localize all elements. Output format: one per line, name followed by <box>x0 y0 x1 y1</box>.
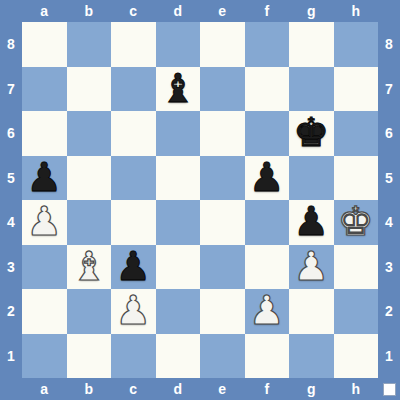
board-corner-top-left <box>0 0 22 22</box>
square-c1[interactable] <box>111 334 156 379</box>
file-label-bottom-h: h <box>334 378 379 400</box>
rank-label-right-2: 2 <box>378 289 400 334</box>
square-e4[interactable] <box>200 200 245 245</box>
square-e5[interactable] <box>200 156 245 201</box>
square-f6[interactable] <box>245 111 290 156</box>
square-h2[interactable] <box>334 289 379 334</box>
square-b4[interactable] <box>67 200 112 245</box>
square-e8[interactable] <box>200 22 245 67</box>
piece-black-pawn[interactable]: ♟ <box>115 246 151 286</box>
square-b2[interactable] <box>67 289 112 334</box>
square-f5[interactable]: ♟ <box>245 156 290 201</box>
square-g1[interactable] <box>289 334 334 379</box>
square-d5[interactable] <box>156 156 201 201</box>
square-a4[interactable]: ♟ <box>22 200 67 245</box>
square-d8[interactable] <box>156 22 201 67</box>
square-b5[interactable] <box>67 156 112 201</box>
white-to-move-indicator <box>383 383 396 396</box>
square-b1[interactable] <box>67 334 112 379</box>
rank-label-right-3: 3 <box>378 245 400 290</box>
square-g5[interactable] <box>289 156 334 201</box>
square-d4[interactable] <box>156 200 201 245</box>
square-a5[interactable]: ♟ <box>22 156 67 201</box>
square-c7[interactable] <box>111 67 156 112</box>
file-label-top-g: g <box>289 0 334 22</box>
board-corner-bottom-right <box>378 378 400 400</box>
rank-label-right-6: 6 <box>378 111 400 156</box>
square-g2[interactable] <box>289 289 334 334</box>
file-label-bottom-e: e <box>200 378 245 400</box>
square-e7[interactable] <box>200 67 245 112</box>
rank-label-right-8: 8 <box>378 22 400 67</box>
chess-board: abcdefgh887♝76♚65♟♟54♟♟♚43♝♟♟32♟♟211abcd… <box>0 0 400 400</box>
piece-black-bishop[interactable]: ♝ <box>160 68 196 108</box>
file-label-bottom-b: b <box>67 378 112 400</box>
file-label-top-b: b <box>67 0 112 22</box>
file-label-bottom-c: c <box>111 378 156 400</box>
square-g4[interactable]: ♟ <box>289 200 334 245</box>
square-a3[interactable] <box>22 245 67 290</box>
file-label-bottom-g: g <box>289 378 334 400</box>
rank-label-right-5: 5 <box>378 156 400 201</box>
piece-black-pawn[interactable]: ♟ <box>26 157 62 197</box>
square-f4[interactable] <box>245 200 290 245</box>
piece-white-bishop[interactable]: ♝ <box>71 246 107 286</box>
file-label-top-a: a <box>22 0 67 22</box>
square-e3[interactable] <box>200 245 245 290</box>
square-g3[interactable]: ♟ <box>289 245 334 290</box>
file-label-top-f: f <box>245 0 290 22</box>
piece-black-king[interactable]: ♚ <box>293 112 329 152</box>
rank-label-left-3: 3 <box>0 245 22 290</box>
file-label-top-c: c <box>111 0 156 22</box>
square-f1[interactable] <box>245 334 290 379</box>
square-f8[interactable] <box>245 22 290 67</box>
square-f3[interactable] <box>245 245 290 290</box>
piece-white-pawn[interactable]: ♟ <box>26 201 62 241</box>
file-label-top-e: e <box>200 0 245 22</box>
square-c4[interactable] <box>111 200 156 245</box>
square-a2[interactable] <box>22 289 67 334</box>
square-e2[interactable] <box>200 289 245 334</box>
square-c8[interactable] <box>111 22 156 67</box>
square-h8[interactable] <box>334 22 379 67</box>
square-c3[interactable]: ♟ <box>111 245 156 290</box>
rank-label-right-1: 1 <box>378 334 400 379</box>
piece-white-pawn[interactable]: ♟ <box>249 290 285 330</box>
square-b8[interactable] <box>67 22 112 67</box>
square-g6[interactable]: ♚ <box>289 111 334 156</box>
square-d3[interactable] <box>156 245 201 290</box>
square-b6[interactable] <box>67 111 112 156</box>
square-a6[interactable] <box>22 111 67 156</box>
rank-label-left-2: 2 <box>0 289 22 334</box>
file-label-top-d: d <box>156 0 201 22</box>
square-f7[interactable] <box>245 67 290 112</box>
square-d1[interactable] <box>156 334 201 379</box>
piece-white-king[interactable]: ♚ <box>338 201 374 241</box>
square-h3[interactable] <box>334 245 379 290</box>
rank-label-right-7: 7 <box>378 67 400 112</box>
rank-label-left-5: 5 <box>0 156 22 201</box>
square-h6[interactable] <box>334 111 379 156</box>
file-label-bottom-f: f <box>245 378 290 400</box>
square-h7[interactable] <box>334 67 379 112</box>
file-label-bottom-d: d <box>156 378 201 400</box>
square-b7[interactable] <box>67 67 112 112</box>
square-d2[interactable] <box>156 289 201 334</box>
rank-label-right-4: 4 <box>378 200 400 245</box>
square-f2[interactable]: ♟ <box>245 289 290 334</box>
board-corner-top-right <box>378 0 400 22</box>
rank-label-left-4: 4 <box>0 200 22 245</box>
file-label-bottom-a: a <box>22 378 67 400</box>
square-g7[interactable] <box>289 67 334 112</box>
chess-board-frame: abcdefgh887♝76♚65♟♟54♟♟♚43♝♟♟32♟♟211abcd… <box>0 0 400 400</box>
square-c6[interactable] <box>111 111 156 156</box>
square-h5[interactable] <box>334 156 379 201</box>
piece-white-pawn[interactable]: ♟ <box>293 246 329 286</box>
square-h1[interactable] <box>334 334 379 379</box>
square-e1[interactable] <box>200 334 245 379</box>
piece-black-pawn[interactable]: ♟ <box>249 157 285 197</box>
square-a8[interactable] <box>22 22 67 67</box>
square-h4[interactable]: ♚ <box>334 200 379 245</box>
file-label-top-h: h <box>334 0 379 22</box>
square-d7[interactable]: ♝ <box>156 67 201 112</box>
square-a7[interactable] <box>22 67 67 112</box>
piece-black-pawn[interactable]: ♟ <box>293 201 329 241</box>
square-d6[interactable] <box>156 111 201 156</box>
piece-white-pawn[interactable]: ♟ <box>115 290 151 330</box>
rank-label-left-6: 6 <box>0 111 22 156</box>
rank-label-left-7: 7 <box>0 67 22 112</box>
square-e6[interactable] <box>200 111 245 156</box>
square-c5[interactable] <box>111 156 156 201</box>
square-g8[interactable] <box>289 22 334 67</box>
board-corner-bottom-left <box>0 378 22 400</box>
rank-label-left-8: 8 <box>0 22 22 67</box>
square-b3[interactable]: ♝ <box>67 245 112 290</box>
square-a1[interactable] <box>22 334 67 379</box>
square-c2[interactable]: ♟ <box>111 289 156 334</box>
rank-label-left-1: 1 <box>0 334 22 379</box>
